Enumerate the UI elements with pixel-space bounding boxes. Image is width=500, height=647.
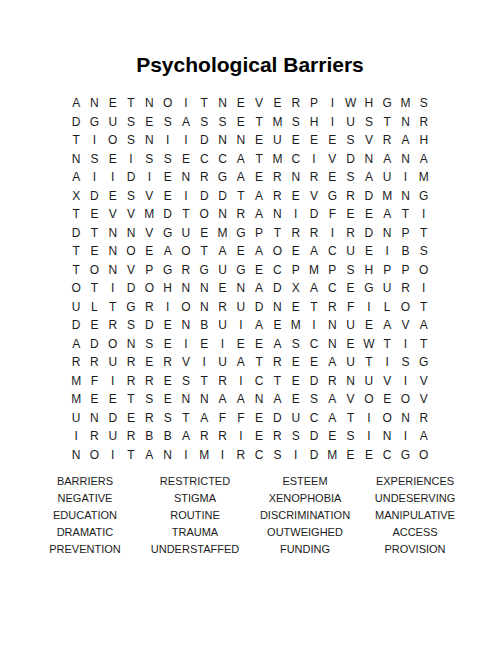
grid-cell[interactable]: D: [67, 224, 85, 243]
grid-cell[interactable]: D: [85, 187, 103, 206]
grid-cell[interactable]: D: [341, 150, 359, 169]
grid-cell[interactable]: V: [415, 390, 433, 409]
grid-cell[interactable]: A: [67, 94, 85, 113]
grid-cell[interactable]: O: [177, 298, 195, 317]
grid-cell[interactable]: A: [140, 446, 158, 465]
grid-cell[interactable]: C: [268, 261, 286, 280]
grid-cell[interactable]: D: [85, 335, 103, 354]
grid-cell[interactable]: A: [378, 150, 396, 169]
grid-cell[interactable]: A: [232, 150, 250, 169]
grid-cell[interactable]: D: [360, 187, 378, 206]
grid-cell[interactable]: E: [140, 113, 158, 132]
grid-cell[interactable]: G: [232, 224, 250, 243]
grid-cell[interactable]: T: [415, 224, 433, 243]
grid-cell[interactable]: N: [85, 94, 103, 113]
grid-cell[interactable]: I: [104, 168, 122, 187]
grid-cell[interactable]: O: [85, 446, 103, 465]
grid-cell[interactable]: A: [250, 316, 268, 335]
grid-cell[interactable]: T: [378, 335, 396, 354]
grid-cell[interactable]: V: [305, 187, 323, 206]
grid-cell[interactable]: T: [67, 242, 85, 261]
grid-cell[interactable]: I: [396, 335, 414, 354]
grid-cell[interactable]: T: [195, 242, 213, 261]
grid-cell[interactable]: O: [67, 279, 85, 298]
grid-cell[interactable]: A: [232, 390, 250, 409]
grid-cell[interactable]: A: [177, 427, 195, 446]
grid-cell[interactable]: I: [67, 427, 85, 446]
grid-cell[interactable]: N: [213, 94, 231, 113]
grid-cell[interactable]: G: [323, 187, 341, 206]
grid-cell[interactable]: N: [250, 390, 268, 409]
grid-cell[interactable]: D: [122, 279, 140, 298]
grid-cell[interactable]: S: [287, 335, 305, 354]
grid-cell[interactable]: A: [177, 113, 195, 132]
grid-cell[interactable]: B: [140, 427, 158, 446]
grid-cell[interactable]: F: [323, 205, 341, 224]
grid-cell[interactable]: R: [305, 224, 323, 243]
grid-cell[interactable]: E: [85, 316, 103, 335]
grid-cell[interactable]: M: [415, 168, 433, 187]
grid-cell[interactable]: S: [415, 242, 433, 261]
grid-cell[interactable]: T: [85, 279, 103, 298]
grid-cell[interactable]: T: [415, 298, 433, 317]
grid-cell[interactable]: V: [360, 131, 378, 150]
grid-cell[interactable]: C: [305, 409, 323, 428]
grid-cell[interactable]: U: [213, 261, 231, 280]
grid-cell[interactable]: E: [287, 353, 305, 372]
grid-cell[interactable]: S: [158, 113, 176, 132]
grid-cell[interactable]: S: [341, 131, 359, 150]
grid-cell[interactable]: T: [122, 94, 140, 113]
grid-cell[interactable]: G: [360, 279, 378, 298]
grid-cell[interactable]: R: [177, 261, 195, 280]
grid-cell[interactable]: R: [122, 372, 140, 391]
grid-cell[interactable]: S: [177, 372, 195, 391]
grid-cell[interactable]: I: [158, 298, 176, 317]
grid-cell[interactable]: E: [268, 316, 286, 335]
grid-cell[interactable]: V: [177, 353, 195, 372]
grid-cell[interactable]: I: [232, 372, 250, 391]
grid-cell[interactable]: I: [287, 205, 305, 224]
grid-cell[interactable]: R: [213, 298, 231, 317]
grid-cell[interactable]: M: [305, 261, 323, 280]
grid-cell[interactable]: T: [122, 390, 140, 409]
grid-cell[interactable]: I: [360, 298, 378, 317]
grid-cell[interactable]: R: [85, 353, 103, 372]
grid-cell[interactable]: T: [415, 335, 433, 354]
grid-cell[interactable]: B: [158, 427, 176, 446]
grid-cell[interactable]: P: [287, 261, 305, 280]
grid-cell[interactable]: U: [378, 168, 396, 187]
grid-cell[interactable]: A: [195, 409, 213, 428]
grid-cell[interactable]: G: [158, 224, 176, 243]
grid-cell[interactable]: T: [250, 353, 268, 372]
grid-cell[interactable]: T: [305, 298, 323, 317]
grid-cell[interactable]: V: [323, 150, 341, 169]
grid-cell[interactable]: N: [104, 261, 122, 280]
grid-cell[interactable]: F: [213, 409, 231, 428]
grid-cell[interactable]: I: [232, 427, 250, 446]
grid-cell[interactable]: N: [177, 168, 195, 187]
grid-cell[interactable]: C: [213, 150, 231, 169]
grid-cell[interactable]: O: [195, 205, 213, 224]
grid-cell[interactable]: A: [250, 205, 268, 224]
grid-cell[interactable]: U: [287, 409, 305, 428]
grid-cell[interactable]: I: [360, 409, 378, 428]
grid-cell[interactable]: T: [195, 372, 213, 391]
grid-cell[interactable]: F: [232, 409, 250, 428]
grid-cell[interactable]: I: [177, 131, 195, 150]
grid-cell[interactable]: I: [177, 335, 195, 354]
grid-cell[interactable]: E: [104, 150, 122, 169]
grid-cell[interactable]: A: [232, 353, 250, 372]
grid-cell[interactable]: M: [268, 113, 286, 132]
grid-cell[interactable]: H: [305, 113, 323, 132]
grid-cell[interactable]: T: [396, 205, 414, 224]
grid-cell[interactable]: T: [232, 187, 250, 206]
grid-cell[interactable]: R: [232, 446, 250, 465]
grid-cell[interactable]: E: [177, 150, 195, 169]
grid-cell[interactable]: G: [122, 298, 140, 317]
grid-cell[interactable]: N: [396, 187, 414, 206]
grid-cell[interactable]: S: [122, 316, 140, 335]
grid-cell[interactable]: E: [341, 446, 359, 465]
grid-cell[interactable]: D: [104, 409, 122, 428]
grid-cell[interactable]: M: [213, 224, 231, 243]
grid-cell[interactable]: R: [140, 372, 158, 391]
grid-cell[interactable]: I: [396, 168, 414, 187]
grid-cell[interactable]: E: [305, 131, 323, 150]
grid-cell[interactable]: N: [195, 279, 213, 298]
grid-cell[interactable]: A: [305, 242, 323, 261]
grid-cell[interactable]: U: [213, 353, 231, 372]
grid-cell[interactable]: E: [158, 372, 176, 391]
grid-cell[interactable]: R: [140, 298, 158, 317]
grid-cell[interactable]: G: [415, 187, 433, 206]
grid-cell[interactable]: D: [195, 187, 213, 206]
grid-cell[interactable]: P: [396, 261, 414, 280]
grid-cell[interactable]: E: [268, 94, 286, 113]
grid-cell[interactable]: O: [85, 261, 103, 280]
grid-cell[interactable]: E: [232, 94, 250, 113]
grid-cell[interactable]: G: [396, 446, 414, 465]
grid-cell[interactable]: N: [232, 279, 250, 298]
grid-cell[interactable]: S: [341, 261, 359, 280]
grid-cell[interactable]: E: [195, 224, 213, 243]
grid-cell[interactable]: S: [195, 113, 213, 132]
grid-cell[interactable]: E: [250, 261, 268, 280]
grid-cell[interactable]: I: [415, 279, 433, 298]
grid-cell[interactable]: I: [396, 427, 414, 446]
grid-cell[interactable]: R: [268, 187, 286, 206]
grid-cell[interactable]: E: [158, 335, 176, 354]
grid-cell[interactable]: I: [360, 427, 378, 446]
grid-cell[interactable]: I: [232, 316, 250, 335]
grid-cell[interactable]: N: [85, 409, 103, 428]
grid-cell[interactable]: C: [323, 279, 341, 298]
grid-cell[interactable]: D: [195, 131, 213, 150]
grid-cell[interactable]: B: [195, 316, 213, 335]
grid-cell[interactable]: M: [67, 372, 85, 391]
grid-cell[interactable]: U: [232, 298, 250, 317]
grid-cell[interactable]: C: [195, 150, 213, 169]
grid-cell[interactable]: E: [104, 94, 122, 113]
grid-cell[interactable]: E: [158, 390, 176, 409]
grid-cell[interactable]: M: [195, 446, 213, 465]
grid-cell[interactable]: R: [140, 409, 158, 428]
grid-cell[interactable]: R: [378, 131, 396, 150]
grid-cell[interactable]: A: [250, 242, 268, 261]
grid-cell[interactable]: R: [305, 168, 323, 187]
grid-cell[interactable]: E: [360, 316, 378, 335]
grid-cell[interactable]: O: [415, 261, 433, 280]
grid-cell[interactable]: G: [232, 261, 250, 280]
grid-cell[interactable]: R: [268, 353, 286, 372]
grid-cell[interactable]: C: [378, 446, 396, 465]
grid-cell[interactable]: G: [85, 113, 103, 132]
grid-cell[interactable]: N: [378, 224, 396, 243]
grid-cell[interactable]: E: [213, 279, 231, 298]
grid-cell[interactable]: N: [195, 298, 213, 317]
grid-cell[interactable]: M: [378, 187, 396, 206]
grid-cell[interactable]: U: [378, 279, 396, 298]
grid-cell[interactable]: R: [268, 427, 286, 446]
grid-cell[interactable]: E: [158, 187, 176, 206]
grid-cell[interactable]: A: [67, 168, 85, 187]
grid-cell[interactable]: E: [85, 242, 103, 261]
grid-cell[interactable]: R: [287, 94, 305, 113]
grid-cell[interactable]: S: [140, 150, 158, 169]
grid-cell[interactable]: D: [268, 409, 286, 428]
grid-cell[interactable]: N: [396, 113, 414, 132]
grid-cell[interactable]: A: [415, 316, 433, 335]
grid-cell[interactable]: E: [323, 131, 341, 150]
grid-cell[interactable]: O: [122, 242, 140, 261]
grid-cell[interactable]: R: [396, 279, 414, 298]
grid-cell[interactable]: V: [140, 224, 158, 243]
grid-cell[interactable]: E: [232, 113, 250, 132]
grid-cell[interactable]: S: [122, 113, 140, 132]
grid-cell[interactable]: L: [85, 298, 103, 317]
grid-cell[interactable]: S: [341, 168, 359, 187]
grid-cell[interactable]: D: [250, 298, 268, 317]
grid-cell[interactable]: S: [213, 113, 231, 132]
grid-cell[interactable]: G: [213, 168, 231, 187]
grid-cell[interactable]: P: [305, 94, 323, 113]
grid-cell[interactable]: U: [341, 242, 359, 261]
grid-cell[interactable]: U: [341, 113, 359, 132]
grid-cell[interactable]: A: [268, 335, 286, 354]
grid-cell[interactable]: T: [104, 298, 122, 317]
grid-cell[interactable]: I: [104, 446, 122, 465]
grid-cell[interactable]: F: [85, 372, 103, 391]
grid-cell[interactable]: I: [104, 279, 122, 298]
grid-cell[interactable]: R: [341, 224, 359, 243]
grid-cell[interactable]: I: [213, 446, 231, 465]
grid-cell[interactable]: N: [67, 150, 85, 169]
grid-cell[interactable]: I: [177, 94, 195, 113]
grid-cell[interactable]: U: [213, 316, 231, 335]
grid-cell[interactable]: B: [396, 242, 414, 261]
grid-cell[interactable]: I: [396, 372, 414, 391]
grid-cell[interactable]: T: [360, 353, 378, 372]
grid-cell[interactable]: A: [415, 150, 433, 169]
grid-cell[interactable]: E: [250, 427, 268, 446]
grid-cell[interactable]: M: [323, 446, 341, 465]
grid-cell[interactable]: D: [360, 224, 378, 243]
grid-cell[interactable]: D: [305, 427, 323, 446]
grid-cell[interactable]: N: [396, 409, 414, 428]
grid-cell[interactable]: N: [177, 390, 195, 409]
grid-cell[interactable]: M: [287, 316, 305, 335]
grid-cell[interactable]: S: [122, 131, 140, 150]
grid-cell[interactable]: O: [104, 335, 122, 354]
grid-cell[interactable]: S: [158, 150, 176, 169]
grid-cell[interactable]: P: [140, 261, 158, 280]
grid-cell[interactable]: I: [85, 131, 103, 150]
grid-cell[interactable]: A: [67, 335, 85, 354]
grid-cell[interactable]: O: [396, 390, 414, 409]
grid-cell[interactable]: I: [177, 446, 195, 465]
grid-cell[interactable]: N: [122, 335, 140, 354]
grid-cell[interactable]: E: [85, 205, 103, 224]
grid-cell[interactable]: A: [323, 409, 341, 428]
grid-cell[interactable]: I: [177, 187, 195, 206]
grid-cell[interactable]: E: [287, 187, 305, 206]
grid-cell[interactable]: A: [250, 279, 268, 298]
grid-cell[interactable]: N: [158, 446, 176, 465]
grid-cell[interactable]: M: [140, 205, 158, 224]
grid-cell[interactable]: I: [287, 446, 305, 465]
grid-cell[interactable]: I: [104, 372, 122, 391]
grid-cell[interactable]: T: [67, 205, 85, 224]
grid-cell[interactable]: R: [122, 427, 140, 446]
grid-cell[interactable]: P: [323, 261, 341, 280]
grid-cell[interactable]: I: [378, 242, 396, 261]
grid-cell[interactable]: E: [378, 390, 396, 409]
grid-cell[interactable]: D: [67, 316, 85, 335]
grid-cell[interactable]: C: [250, 446, 268, 465]
grid-cell[interactable]: C: [323, 242, 341, 261]
grid-cell[interactable]: A: [268, 390, 286, 409]
grid-cell[interactable]: M: [396, 94, 414, 113]
grid-cell[interactable]: N: [232, 131, 250, 150]
grid-cell[interactable]: E: [250, 335, 268, 354]
grid-cell[interactable]: H: [360, 94, 378, 113]
grid-cell[interactable]: P: [250, 224, 268, 243]
grid-cell[interactable]: N: [396, 150, 414, 169]
grid-cell[interactable]: E: [341, 279, 359, 298]
grid-cell[interactable]: N: [323, 316, 341, 335]
grid-cell[interactable]: H: [415, 131, 433, 150]
grid-cell[interactable]: U: [341, 353, 359, 372]
grid-cell[interactable]: R: [415, 113, 433, 132]
grid-cell[interactable]: D: [305, 205, 323, 224]
grid-cell[interactable]: I: [140, 168, 158, 187]
grid-cell[interactable]: R: [323, 372, 341, 391]
grid-cell[interactable]: S: [140, 390, 158, 409]
grid-cell[interactable]: S: [85, 150, 103, 169]
grid-cell[interactable]: G: [415, 353, 433, 372]
grid-cell[interactable]: D: [140, 316, 158, 335]
grid-cell[interactable]: T: [177, 409, 195, 428]
grid-cell[interactable]: U: [67, 298, 85, 317]
grid-cell[interactable]: E: [323, 427, 341, 446]
grid-cell[interactable]: G: [378, 94, 396, 113]
grid-cell[interactable]: N: [122, 224, 140, 243]
grid-cell[interactable]: T: [67, 131, 85, 150]
grid-cell[interactable]: S: [287, 427, 305, 446]
grid-cell[interactable]: E: [250, 409, 268, 428]
grid-cell[interactable]: U: [104, 427, 122, 446]
grid-cell[interactable]: T: [250, 150, 268, 169]
grid-cell[interactable]: D: [67, 113, 85, 132]
grid-cell[interactable]: R: [341, 187, 359, 206]
grid-cell[interactable]: S: [415, 94, 433, 113]
grid-cell[interactable]: A: [213, 390, 231, 409]
grid-cell[interactable]: P: [396, 224, 414, 243]
grid-cell[interactable]: N: [195, 390, 213, 409]
grid-cell[interactable]: L: [378, 298, 396, 317]
grid-cell[interactable]: E: [232, 335, 250, 354]
grid-cell[interactable]: N: [67, 446, 85, 465]
grid-cell[interactable]: E: [287, 131, 305, 150]
grid-cell[interactable]: D: [305, 446, 323, 465]
grid-cell[interactable]: A: [323, 353, 341, 372]
grid-cell[interactable]: E: [158, 316, 176, 335]
grid-cell[interactable]: V: [341, 390, 359, 409]
grid-cell[interactable]: R: [158, 353, 176, 372]
grid-cell[interactable]: O: [104, 131, 122, 150]
grid-cell[interactable]: T: [268, 372, 286, 391]
grid-cell[interactable]: S: [122, 187, 140, 206]
grid-cell[interactable]: S: [287, 113, 305, 132]
grid-cell[interactable]: D: [213, 187, 231, 206]
grid-cell[interactable]: R: [195, 427, 213, 446]
grid-cell[interactable]: E: [305, 353, 323, 372]
grid-cell[interactable]: G: [195, 261, 213, 280]
grid-cell[interactable]: E: [360, 242, 378, 261]
grid-cell[interactable]: N: [140, 94, 158, 113]
grid-cell[interactable]: U: [268, 131, 286, 150]
grid-cell[interactable]: E: [341, 205, 359, 224]
grid-cell[interactable]: V: [250, 94, 268, 113]
grid-cell[interactable]: N: [177, 279, 195, 298]
grid-cell[interactable]: S: [341, 427, 359, 446]
grid-cell[interactable]: C: [287, 150, 305, 169]
grid-cell[interactable]: A: [396, 131, 414, 150]
grid-cell[interactable]: A: [360, 168, 378, 187]
grid-cell[interactable]: U: [360, 372, 378, 391]
grid-cell[interactable]: T: [85, 224, 103, 243]
grid-cell[interactable]: R: [67, 353, 85, 372]
grid-cell[interactable]: E: [140, 353, 158, 372]
grid-cell[interactable]: T: [67, 261, 85, 280]
grid-cell[interactable]: C: [250, 372, 268, 391]
grid-cell[interactable]: I: [213, 335, 231, 354]
grid-cell[interactable]: R: [415, 409, 433, 428]
grid-cell[interactable]: A: [250, 187, 268, 206]
grid-cell[interactable]: N: [268, 298, 286, 317]
grid-cell[interactable]: A: [158, 242, 176, 261]
grid-cell[interactable]: V: [122, 261, 140, 280]
grid-cell[interactable]: O: [415, 446, 433, 465]
grid-cell[interactable]: T: [341, 409, 359, 428]
grid-cell[interactable]: E: [250, 168, 268, 187]
grid-cell[interactable]: O: [140, 279, 158, 298]
grid-cell[interactable]: E: [195, 335, 213, 354]
grid-cell[interactable]: R: [85, 427, 103, 446]
